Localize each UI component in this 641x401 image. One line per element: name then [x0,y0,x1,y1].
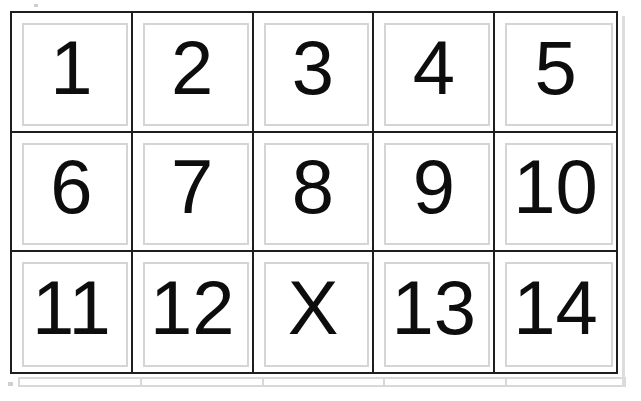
scan-noise-speck [34,4,38,7]
tile-label: 7 [171,149,213,225]
scan-noise-speck [8,382,13,386]
ghost-grid-right-line [622,16,625,387]
tile-label: 5 [534,30,576,106]
tile-6[interactable]: 6 [12,133,133,253]
tile-10[interactable]: 10 [495,133,616,253]
ghost-grid-tick [140,379,142,385]
tile-7[interactable]: 7 [133,133,254,253]
tile-label: 11 [32,270,111,346]
tile-1[interactable]: 1 [12,13,133,133]
tile-5[interactable]: 5 [495,13,616,133]
puzzle-diagram: 1 2 3 4 5 6 7 8 9 10 11 12 X 13 14 [0,0,641,401]
tile-8[interactable]: 8 [254,133,375,253]
tile-label: 14 [513,270,598,346]
ghost-grid-tick [262,379,264,385]
ghost-grid-bottom-line [18,377,626,387]
tile-label: 9 [413,149,455,225]
tile-4[interactable]: 4 [374,13,495,133]
tile-13[interactable]: 13 [374,252,495,372]
tile-label: 13 [392,270,477,346]
tile-label: 3 [292,30,334,106]
ghost-grid-tick [383,379,385,385]
tile-11[interactable]: 11 [12,252,133,372]
tile-9[interactable]: 9 [374,133,495,253]
tile-label: 4 [413,30,455,106]
tile-12[interactable]: 12 [133,252,254,372]
tile-label: 12 [150,270,235,346]
blank-tile: X [254,252,375,372]
tile-label: 2 [171,30,213,106]
tile-label: 1 [50,30,92,106]
ghost-grid-tick [505,379,507,385]
tile-14[interactable]: 14 [495,252,616,372]
tile-label: 6 [50,149,92,225]
tile-3[interactable]: 3 [254,13,375,133]
blank-tile-label: X [288,270,339,346]
tile-label: 8 [292,149,334,225]
tile-2[interactable]: 2 [133,13,254,133]
puzzle-board: 1 2 3 4 5 6 7 8 9 10 11 12 X 13 14 [10,11,618,374]
tile-label: 10 [513,149,598,225]
